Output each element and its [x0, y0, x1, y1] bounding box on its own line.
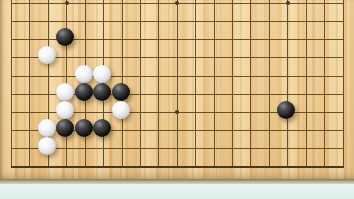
white-stone: [38, 137, 56, 155]
black-stone: [56, 119, 74, 137]
white-stone: [112, 101, 130, 119]
grid-line: [269, 0, 270, 168]
grid-line: [158, 0, 159, 168]
go-app-screen: 绝艺推荐(4/99): [0, 0, 354, 199]
grid-line: [324, 0, 325, 168]
white-stone: [93, 65, 111, 83]
grid-line: [195, 0, 196, 168]
grid-line: [343, 0, 344, 168]
grid-line: [306, 0, 307, 168]
white-stone: [56, 101, 74, 119]
black-stone: [277, 101, 295, 119]
white-stone: [38, 119, 56, 137]
grid-line: [11, 21, 344, 22]
grid-line: [214, 0, 215, 168]
black-stone: [93, 83, 111, 101]
grid-line: [11, 0, 12, 168]
star-point: [175, 1, 179, 5]
black-stone: [112, 83, 130, 101]
black-stone: [56, 28, 74, 46]
star-point: [175, 110, 179, 114]
star-point: [65, 1, 69, 5]
board-edge-line: [11, 166, 344, 168]
grid-line: [11, 57, 344, 58]
go-board[interactable]: [0, 0, 354, 180]
grid-line: [177, 0, 178, 168]
white-stone: [38, 46, 56, 64]
white-stone: [75, 65, 93, 83]
grid-line: [11, 148, 344, 149]
grid-line: [29, 0, 30, 168]
bottom-bar: 绝艺推荐(4/99): [0, 184, 354, 199]
grid-line: [11, 76, 344, 77]
black-stone: [93, 119, 111, 137]
grid-line: [287, 0, 288, 168]
grid-line: [140, 0, 141, 168]
black-stone: [75, 83, 93, 101]
grid-line: [232, 0, 233, 168]
grid-line: [250, 0, 251, 168]
white-stone: [56, 83, 74, 101]
black-stone: [75, 119, 93, 137]
star-point: [286, 1, 290, 5]
